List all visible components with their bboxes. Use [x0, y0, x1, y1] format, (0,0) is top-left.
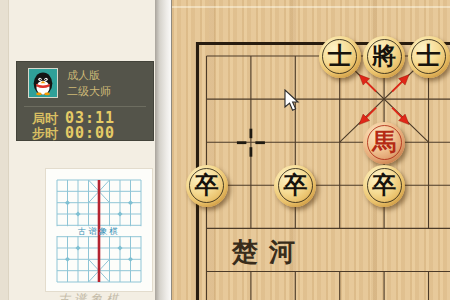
piece-black-advisor-right[interactable]: 士 — [408, 36, 450, 78]
mouse-cursor — [284, 89, 304, 113]
piece-character: 卒 — [283, 173, 307, 197]
piece-character: 士 — [328, 44, 352, 68]
game-window: 成人版 二级大师 局时 03:11 步时 00:00 — [0, 0, 450, 300]
river-label: 楚河 — [232, 235, 306, 270]
piece-red-horse[interactable]: 馬 — [363, 122, 405, 164]
piece-black-soldier-a[interactable]: 卒 — [186, 165, 228, 207]
piece-character: 將 — [372, 44, 396, 68]
piece-character: 士 — [417, 44, 441, 68]
piece-black-general[interactable]: 將 — [363, 36, 405, 78]
piece-black-soldier-c[interactable]: 卒 — [274, 165, 316, 207]
piece-black-soldier-e[interactable]: 卒 — [363, 165, 405, 207]
piece-character: 卒 — [195, 173, 219, 197]
piece-character: 卒 — [372, 173, 396, 197]
piece-black-advisor-left[interactable]: 士 — [319, 36, 361, 78]
piece-character: 馬 — [372, 130, 396, 154]
